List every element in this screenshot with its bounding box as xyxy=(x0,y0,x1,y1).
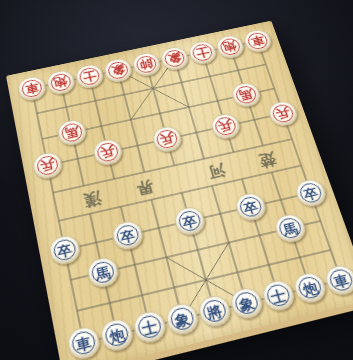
piece-character: 兵 xyxy=(275,106,292,120)
piece-character: 兵 xyxy=(159,132,176,147)
piece-ring: 兵 xyxy=(95,141,120,163)
piece-character: 士 xyxy=(269,287,288,304)
piece-ring: 炮 xyxy=(296,275,324,301)
piece-ring: 車 xyxy=(246,31,270,51)
piece-ring: 象 xyxy=(168,305,196,332)
piece-character: 士 xyxy=(141,318,159,336)
piece-ring: 炮 xyxy=(49,72,72,93)
piece-character: 卒 xyxy=(119,227,136,243)
xiangqi-board: 漢界河楚車炮士象帥象士炮車馬馬兵兵兵兵兵卒卒卒卒卒馬馬車炮士象將象士炮車 xyxy=(6,21,353,360)
piece-ring: 馬 xyxy=(90,260,116,286)
piece-ring: 卒 xyxy=(237,195,263,219)
piece-character: 車 xyxy=(75,334,93,352)
piece-ring: 象 xyxy=(106,60,129,80)
piece-character: 象 xyxy=(173,310,191,328)
piece-character: 車 xyxy=(250,34,266,47)
piece-character: 兵 xyxy=(100,145,116,160)
piece-character: 炮 xyxy=(300,279,319,296)
piece-ring: 卒 xyxy=(115,223,141,248)
piece-character: 車 xyxy=(24,82,39,96)
piece-character: 士 xyxy=(195,46,211,59)
piece-character: 馬 xyxy=(281,220,299,236)
piece-character: 馬 xyxy=(94,264,111,281)
piece-ring: 炮 xyxy=(103,321,130,348)
piece-character: 象 xyxy=(237,294,256,312)
piece-ring: 將 xyxy=(201,298,229,325)
piece-character: 車 xyxy=(332,271,351,288)
piece-character: 炮 xyxy=(53,75,68,89)
piece-ring: 兵 xyxy=(35,154,59,177)
piece-ring: 兵 xyxy=(155,128,180,150)
piece-ring: 象 xyxy=(163,48,187,68)
piece-ring: 炮 xyxy=(218,37,242,57)
piece-ring: 馬 xyxy=(60,122,84,144)
piece-ring: 卒 xyxy=(297,181,324,204)
piece-ring: 車 xyxy=(327,267,353,293)
piece-ring: 帥 xyxy=(135,54,159,74)
piece-character: 炮 xyxy=(222,40,238,53)
piece-character: 兵 xyxy=(39,158,55,173)
piece-character: 象 xyxy=(167,52,183,65)
piece-character: 卒 xyxy=(302,185,320,201)
piece-ring: 士 xyxy=(78,66,101,86)
piece-ring: 象 xyxy=(233,290,261,316)
piece-character: 炮 xyxy=(108,326,126,344)
piece-ring: 士 xyxy=(136,313,163,340)
piece-character: 士 xyxy=(82,70,98,84)
piece-character: 馬 xyxy=(238,88,255,102)
piece-ring: 卒 xyxy=(52,237,78,262)
piece-ring: 卒 xyxy=(177,209,203,233)
piece-character: 將 xyxy=(205,302,223,320)
piece-character: 馬 xyxy=(64,125,80,140)
board-perspective-wrapper: 漢界河楚車炮士象帥象士炮車馬馬兵兵兵兵兵卒卒卒卒卒馬馬車炮士象將象士炮車 xyxy=(6,21,353,360)
piece-character: 卒 xyxy=(242,199,260,215)
piece-character: 卒 xyxy=(56,242,73,259)
piece-character: 卒 xyxy=(181,213,198,229)
piece-ring: 士 xyxy=(191,43,215,63)
piece-ring: 車 xyxy=(70,329,97,357)
piece-character: 兵 xyxy=(217,119,234,133)
piece-ring: 馬 xyxy=(234,84,259,105)
piece-character: 象 xyxy=(110,64,126,78)
piece-ring: 士 xyxy=(264,282,292,308)
piece-ring: 兵 xyxy=(270,103,295,124)
photo-background: 漢界河楚車炮士象帥象士炮車馬馬兵兵兵兵兵卒卒卒卒卒馬馬車炮士象將象士炮車 xyxy=(0,0,353,360)
piece-ring: 馬 xyxy=(277,216,304,240)
piece-ring: 車 xyxy=(20,78,43,99)
piece-character: 帥 xyxy=(139,58,155,71)
piece-ring: 兵 xyxy=(213,115,238,137)
